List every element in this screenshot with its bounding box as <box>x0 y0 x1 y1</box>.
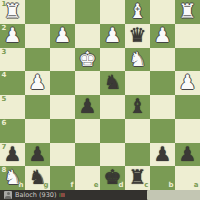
piece-white-knight[interactable]: ♞ <box>0 166 25 190</box>
piece-black-knight[interactable]: ♞ <box>25 166 50 190</box>
player-bar: Baloch (930) <box>0 190 200 200</box>
rank-label-5: 5 <box>2 96 7 103</box>
piece-black-pawn[interactable]: ♟ <box>0 143 25 167</box>
square-c3[interactable]: ♞ <box>125 48 150 72</box>
piece-black-bishop[interactable]: ♝ <box>125 95 150 119</box>
square-c1[interactable]: ♝ <box>125 0 150 24</box>
piece-black-knight[interactable]: ♞ <box>100 71 125 95</box>
square-e6[interactable] <box>75 119 100 143</box>
square-g6[interactable] <box>25 119 50 143</box>
square-e5[interactable]: ♟ <box>75 95 100 119</box>
piece-white-bishop[interactable]: ♝ <box>125 0 150 24</box>
piece-black-queen[interactable]: ♛ <box>125 24 150 48</box>
piece-black-rook[interactable]: ♜ <box>125 166 150 190</box>
square-h5[interactable]: 5 <box>0 95 25 119</box>
square-f1[interactable] <box>50 0 75 24</box>
square-e4[interactable] <box>75 71 100 95</box>
square-d8[interactable]: d♚ <box>100 166 125 190</box>
square-f6[interactable] <box>50 119 75 143</box>
square-d1[interactable] <box>100 0 125 24</box>
square-f3[interactable] <box>50 48 75 72</box>
square-h6[interactable]: 6 <box>0 119 25 143</box>
piece-black-pawn[interactable]: ♟ <box>75 95 100 119</box>
square-b4[interactable] <box>150 71 175 95</box>
rank-label-4: 4 <box>2 72 7 79</box>
square-e8[interactable]: e <box>75 166 100 190</box>
square-h1[interactable]: 1♜ <box>0 0 25 24</box>
piece-white-pawn[interactable]: ♟ <box>150 24 175 48</box>
square-f5[interactable] <box>50 95 75 119</box>
square-a6[interactable] <box>175 119 200 143</box>
flag-icon <box>59 193 65 197</box>
square-d6[interactable] <box>100 119 125 143</box>
player-name[interactable]: Baloch (930) <box>15 190 56 200</box>
square-g1[interactable] <box>25 0 50 24</box>
square-g2[interactable] <box>25 24 50 48</box>
piece-white-pawn[interactable]: ♟ <box>175 71 200 95</box>
square-h3[interactable]: 3 <box>0 48 25 72</box>
square-f7[interactable] <box>50 143 75 167</box>
piece-white-rook[interactable]: ♜ <box>175 0 200 24</box>
square-c4[interactable] <box>125 71 150 95</box>
piece-black-pawn[interactable]: ♟ <box>175 143 200 167</box>
square-g5[interactable] <box>25 95 50 119</box>
square-c6[interactable] <box>125 119 150 143</box>
square-b6[interactable] <box>150 119 175 143</box>
square-a2[interactable] <box>175 24 200 48</box>
square-a7[interactable]: ♟ <box>175 143 200 167</box>
square-h8[interactable]: 8h♞ <box>0 166 25 190</box>
square-c7[interactable] <box>125 143 150 167</box>
square-f4[interactable] <box>50 71 75 95</box>
square-a3[interactable] <box>175 48 200 72</box>
square-a8[interactable]: a <box>175 166 200 190</box>
piece-white-knight[interactable]: ♞ <box>125 48 150 72</box>
square-g3[interactable] <box>25 48 50 72</box>
square-a4[interactable]: ♟ <box>175 71 200 95</box>
square-b2[interactable]: ♟ <box>150 24 175 48</box>
square-c2[interactable]: ♛ <box>125 24 150 48</box>
piece-white-pawn[interactable]: ♟ <box>25 71 50 95</box>
square-c8[interactable]: c♜ <box>125 166 150 190</box>
piece-white-pawn[interactable]: ♟ <box>100 24 125 48</box>
square-d4[interactable]: ♞ <box>100 71 125 95</box>
square-g8[interactable]: g♞ <box>25 166 50 190</box>
piece-white-rook[interactable]: ♜ <box>0 0 25 24</box>
square-h2[interactable]: 2♟ <box>0 24 25 48</box>
square-d2[interactable]: ♟ <box>100 24 125 48</box>
square-e2[interactable] <box>75 24 100 48</box>
piece-white-pawn[interactable]: ♟ <box>50 24 75 48</box>
file-label-e: e <box>94 182 99 189</box>
square-g4[interactable]: ♟ <box>25 71 50 95</box>
square-e1[interactable] <box>75 0 100 24</box>
piece-black-pawn[interactable]: ♟ <box>150 143 175 167</box>
square-g7[interactable]: ♟ <box>25 143 50 167</box>
piece-white-king[interactable]: ♚ <box>75 48 100 72</box>
square-b5[interactable] <box>150 95 175 119</box>
player-clock <box>147 190 200 200</box>
square-e3[interactable]: ♚ <box>75 48 100 72</box>
square-f8[interactable]: f <box>50 166 75 190</box>
square-a1[interactable]: ♜ <box>175 0 200 24</box>
piece-black-pawn[interactable]: ♟ <box>25 143 50 167</box>
square-f2[interactable]: ♟ <box>50 24 75 48</box>
piece-black-king[interactable]: ♚ <box>100 166 125 190</box>
square-h4[interactable]: 4 <box>0 71 25 95</box>
chess-board: 1♜♝♜2♟♟♟♛♟3♚♞4♟♞♟5♟♝67♟♟♟♟8h♞g♞fed♚c♜ba <box>0 0 200 190</box>
square-b1[interactable] <box>150 0 175 24</box>
square-b3[interactable] <box>150 48 175 72</box>
piece-white-pawn[interactable]: ♟ <box>0 24 25 48</box>
square-b7[interactable]: ♟ <box>150 143 175 167</box>
file-label-b: b <box>168 182 173 189</box>
square-h7[interactable]: 7♟ <box>0 143 25 167</box>
square-a5[interactable] <box>175 95 200 119</box>
square-d3[interactable] <box>100 48 125 72</box>
rank-label-3: 3 <box>2 49 7 56</box>
square-c5[interactable]: ♝ <box>125 95 150 119</box>
player-avatar-icon[interactable] <box>4 191 12 199</box>
rank-label-6: 6 <box>2 120 7 127</box>
square-b8[interactable]: b <box>150 166 175 190</box>
square-d5[interactable] <box>100 95 125 119</box>
chess-app: 1♜♝♜2♟♟♟♛♟3♚♞4♟♞♟5♟♝67♟♟♟♟8h♞g♞fed♚c♜ba … <box>0 0 200 200</box>
square-d7[interactable] <box>100 143 125 167</box>
square-e7[interactable] <box>75 143 100 167</box>
file-label-a: a <box>194 182 199 189</box>
file-label-f: f <box>70 182 73 189</box>
